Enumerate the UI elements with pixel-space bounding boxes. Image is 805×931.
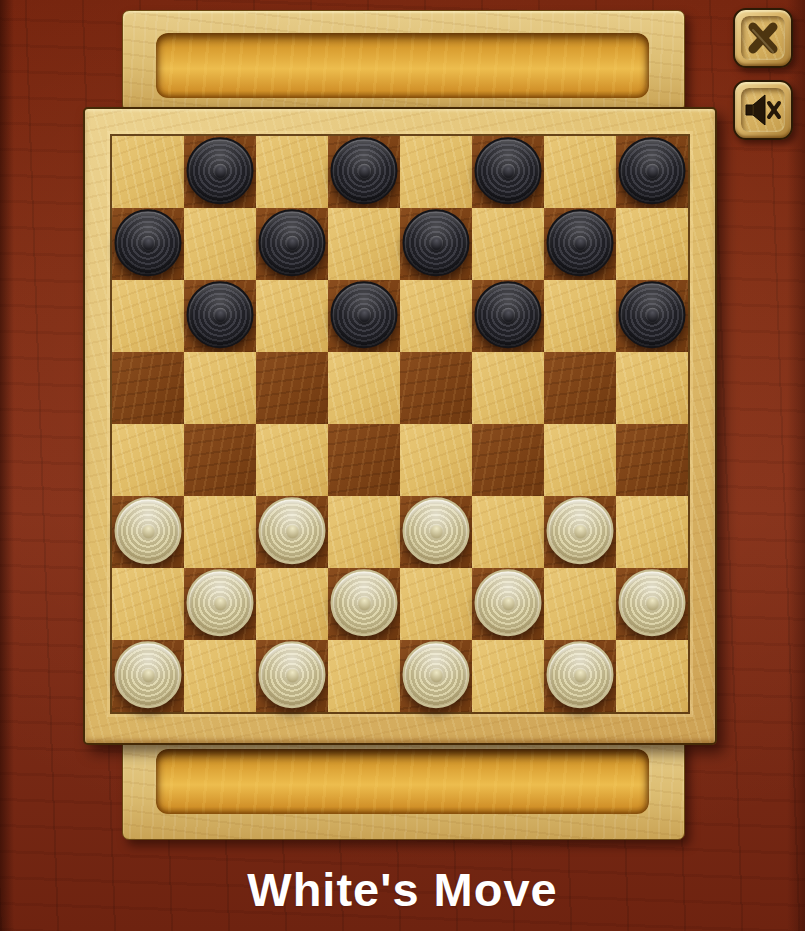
captured-pieces-tray-bottom (122, 738, 685, 840)
board-square-r1c4[interactable] (328, 136, 400, 208)
board-square-r3c2[interactable] (184, 280, 256, 352)
close-icon (745, 20, 781, 56)
board-square-r4c2[interactable] (184, 352, 256, 424)
board-square-r3c3[interactable] (256, 280, 328, 352)
board-square-r8c7[interactable] (544, 640, 616, 712)
tray-groove (156, 33, 649, 98)
board-square-r2c3[interactable] (256, 208, 328, 280)
board-square-r4c5[interactable] (400, 352, 472, 424)
board-square-r1c5[interactable] (400, 136, 472, 208)
board-square-r3c6[interactable] (472, 280, 544, 352)
black-piece[interactable] (619, 137, 686, 204)
black-piece[interactable] (331, 137, 398, 204)
board-square-r8c6[interactable] (472, 640, 544, 712)
board-square-r2c1[interactable] (112, 208, 184, 280)
black-piece[interactable] (619, 281, 686, 348)
board-square-r2c5[interactable] (400, 208, 472, 280)
white-piece[interactable] (259, 497, 326, 564)
board-square-r3c4[interactable] (328, 280, 400, 352)
board-square-r6c3[interactable] (256, 496, 328, 568)
muted-speaker-icon (743, 92, 783, 128)
board-square-r4c3[interactable] (256, 352, 328, 424)
close-button[interactable] (733, 8, 793, 68)
board-square-r3c7[interactable] (544, 280, 616, 352)
white-piece[interactable] (187, 569, 254, 636)
background-plank-seam-left (0, 0, 14, 931)
board-square-r3c8[interactable] (616, 280, 688, 352)
black-piece[interactable] (115, 209, 182, 276)
board-square-r2c4[interactable] (328, 208, 400, 280)
board-square-r7c1[interactable] (112, 568, 184, 640)
board-square-r4c6[interactable] (472, 352, 544, 424)
black-piece[interactable] (475, 137, 542, 204)
board-square-r8c4[interactable] (328, 640, 400, 712)
mute-button[interactable] (733, 80, 793, 140)
board-square-r6c7[interactable] (544, 496, 616, 568)
board-square-r7c5[interactable] (400, 568, 472, 640)
board-square-r6c4[interactable] (328, 496, 400, 568)
board-square-r7c6[interactable] (472, 568, 544, 640)
board-square-r1c3[interactable] (256, 136, 328, 208)
black-piece[interactable] (475, 281, 542, 348)
black-piece[interactable] (547, 209, 614, 276)
board-square-r6c5[interactable] (400, 496, 472, 568)
board-square-r2c2[interactable] (184, 208, 256, 280)
board-square-r5c6[interactable] (472, 424, 544, 496)
black-piece[interactable] (331, 281, 398, 348)
board-square-r1c7[interactable] (544, 136, 616, 208)
black-piece[interactable] (403, 209, 470, 276)
white-piece[interactable] (115, 641, 182, 708)
board-square-r3c1[interactable] (112, 280, 184, 352)
board-square-r3c5[interactable] (400, 280, 472, 352)
board-square-r8c3[interactable] (256, 640, 328, 712)
background-plank-seam-right (787, 0, 805, 931)
board-square-r1c6[interactable] (472, 136, 544, 208)
board-square-r4c8[interactable] (616, 352, 688, 424)
white-piece[interactable] (547, 497, 614, 564)
white-piece[interactable] (547, 641, 614, 708)
board-square-r2c8[interactable] (616, 208, 688, 280)
board-square-r7c4[interactable] (328, 568, 400, 640)
board-square-r1c2[interactable] (184, 136, 256, 208)
white-piece[interactable] (403, 497, 470, 564)
board-square-r4c7[interactable] (544, 352, 616, 424)
white-piece[interactable] (115, 497, 182, 564)
board-square-r5c8[interactable] (616, 424, 688, 496)
white-piece[interactable] (331, 569, 398, 636)
black-piece[interactable] (187, 281, 254, 348)
board-square-r4c1[interactable] (112, 352, 184, 424)
white-piece[interactable] (259, 641, 326, 708)
board-square-r6c1[interactable] (112, 496, 184, 568)
board-square-r8c5[interactable] (400, 640, 472, 712)
status-text: White's Move (0, 862, 805, 917)
board-grid (110, 134, 690, 714)
black-piece[interactable] (187, 137, 254, 204)
board-square-r1c1[interactable] (112, 136, 184, 208)
board-square-r6c6[interactable] (472, 496, 544, 568)
white-piece[interactable] (619, 569, 686, 636)
board-square-r7c7[interactable] (544, 568, 616, 640)
board-square-r5c1[interactable] (112, 424, 184, 496)
board-square-r5c3[interactable] (256, 424, 328, 496)
white-piece[interactable] (475, 569, 542, 636)
white-piece[interactable] (403, 641, 470, 708)
board-square-r7c8[interactable] (616, 568, 688, 640)
game-window: { "game": "checkers", "window": { "width… (0, 0, 805, 931)
board-square-r8c8[interactable] (616, 640, 688, 712)
board-square-r5c2[interactable] (184, 424, 256, 496)
board-square-r7c2[interactable] (184, 568, 256, 640)
board-square-r5c7[interactable] (544, 424, 616, 496)
board-square-r6c2[interactable] (184, 496, 256, 568)
black-piece[interactable] (259, 209, 326, 276)
board-square-r2c6[interactable] (472, 208, 544, 280)
board-square-r7c3[interactable] (256, 568, 328, 640)
checkers-board (83, 107, 717, 745)
tray-groove (156, 749, 649, 814)
board-square-r6c8[interactable] (616, 496, 688, 568)
board-square-r2c7[interactable] (544, 208, 616, 280)
board-square-r1c8[interactable] (616, 136, 688, 208)
board-square-r4c4[interactable] (328, 352, 400, 424)
captured-pieces-tray-top (122, 10, 685, 112)
board-square-r8c1[interactable] (112, 640, 184, 712)
board-square-r5c5[interactable] (400, 424, 472, 496)
board-square-r5c4[interactable] (328, 424, 400, 496)
board-square-r8c2[interactable] (184, 640, 256, 712)
